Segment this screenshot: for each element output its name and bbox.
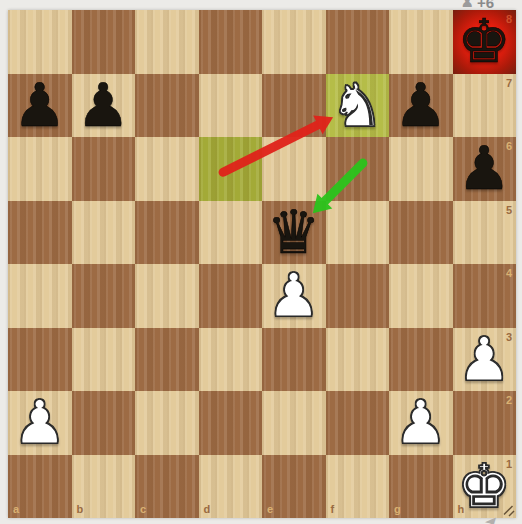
square-e1[interactable]: e — [262, 455, 326, 519]
file-label-e: e — [267, 503, 273, 515]
square-h3[interactable]: 3♟ — [453, 328, 517, 392]
square-h7[interactable]: 7 — [453, 74, 517, 138]
square-f4[interactable] — [326, 264, 390, 328]
square-a4[interactable] — [8, 264, 72, 328]
square-g6[interactable] — [389, 137, 453, 201]
white-pawn-icon[interactable]: ♟ — [262, 264, 326, 328]
file-label-c: c — [140, 503, 146, 515]
square-a1[interactable]: a — [8, 455, 72, 519]
square-d3[interactable] — [199, 328, 263, 392]
rank-label-7: 7 — [506, 77, 512, 89]
file-label-b: b — [77, 503, 84, 515]
square-h8[interactable]: 8♚ — [453, 10, 517, 74]
black-queen-icon[interactable]: ♛ — [262, 201, 326, 265]
square-f6[interactable] — [326, 137, 390, 201]
square-a7[interactable]: ♟ — [8, 74, 72, 138]
black-pawn-icon[interactable]: ♟ — [8, 74, 72, 138]
white-knight-icon[interactable]: ♞ — [326, 74, 390, 138]
black-pawn-icon[interactable]: ♟ — [72, 74, 136, 138]
square-d7[interactable] — [199, 74, 263, 138]
square-c1[interactable]: c — [135, 455, 199, 519]
square-b6[interactable] — [72, 137, 136, 201]
file-label-f: f — [331, 503, 335, 515]
square-d8[interactable] — [199, 10, 263, 74]
black-pawn-icon[interactable]: ♟ — [389, 74, 453, 138]
square-f2[interactable] — [326, 391, 390, 455]
square-e8[interactable] — [262, 10, 326, 74]
square-c8[interactable] — [135, 10, 199, 74]
square-c7[interactable] — [135, 74, 199, 138]
square-c5[interactable] — [135, 201, 199, 265]
board-resize-handle-icon[interactable] — [502, 504, 515, 517]
chess-board[interactable]: 8♚♟♟♞♟76♟♛5♟43♟♟♟2abcdefgh1♚ — [8, 10, 516, 518]
square-g1[interactable]: g — [389, 455, 453, 519]
square-b1[interactable]: b — [72, 455, 136, 519]
square-a2[interactable]: ♟ — [8, 391, 72, 455]
square-h2[interactable]: 2 — [453, 391, 517, 455]
file-label-h: h — [458, 503, 465, 515]
square-g4[interactable] — [389, 264, 453, 328]
square-f3[interactable] — [326, 328, 390, 392]
square-c4[interactable] — [135, 264, 199, 328]
square-b4[interactable] — [72, 264, 136, 328]
square-d4[interactable] — [199, 264, 263, 328]
white-pawn-icon[interactable]: ♟ — [8, 391, 72, 455]
evaluation-value: +6 — [477, 0, 494, 11]
square-c3[interactable] — [135, 328, 199, 392]
rank-label-8: 8 — [506, 13, 512, 25]
square-a3[interactable] — [8, 328, 72, 392]
rank-label-2: 2 — [506, 394, 512, 406]
file-label-d: d — [204, 503, 211, 515]
square-e3[interactable] — [262, 328, 326, 392]
square-g8[interactable] — [389, 10, 453, 74]
square-e6[interactable] — [262, 137, 326, 201]
square-e2[interactable] — [262, 391, 326, 455]
square-d1[interactable]: d — [199, 455, 263, 519]
square-a5[interactable] — [8, 201, 72, 265]
square-f5[interactable] — [326, 201, 390, 265]
square-c6[interactable] — [135, 137, 199, 201]
white-pawn-icon[interactable]: ♟ — [453, 328, 517, 392]
square-g2[interactable]: ♟ — [389, 391, 453, 455]
file-label-a: a — [13, 503, 19, 515]
file-label-g: g — [394, 503, 401, 515]
rank-label-5: 5 — [506, 204, 512, 216]
square-h5[interactable]: 5 — [453, 201, 517, 265]
square-b2[interactable] — [72, 391, 136, 455]
square-a8[interactable] — [8, 10, 72, 74]
square-b8[interactable] — [72, 10, 136, 74]
square-g3[interactable] — [389, 328, 453, 392]
square-g5[interactable] — [389, 201, 453, 265]
square-f8[interactable] — [326, 10, 390, 74]
rank-label-4: 4 — [506, 267, 512, 279]
square-f7[interactable]: ♞ — [326, 74, 390, 138]
square-h6[interactable]: 6♟ — [453, 137, 517, 201]
square-g7[interactable]: ♟ — [389, 74, 453, 138]
rank-label-3: 3 — [506, 331, 512, 343]
rank-label-1: 1 — [506, 458, 512, 470]
square-b3[interactable] — [72, 328, 136, 392]
rank-label-6: 6 — [506, 140, 512, 152]
square-b7[interactable]: ♟ — [72, 74, 136, 138]
square-d5[interactable] — [199, 201, 263, 265]
square-e4[interactable]: ♟ — [262, 264, 326, 328]
square-h4[interactable]: 4 — [453, 264, 517, 328]
square-d2[interactable] — [199, 391, 263, 455]
black-pawn-icon[interactable]: ♟ — [453, 137, 517, 201]
black-king-icon[interactable]: ♚ — [453, 10, 517, 74]
square-f1[interactable]: f — [326, 455, 390, 519]
square-e5[interactable]: ♛ — [262, 201, 326, 265]
square-a6[interactable] — [8, 137, 72, 201]
square-c2[interactable] — [135, 391, 199, 455]
square-e7[interactable] — [262, 74, 326, 138]
white-pawn-icon[interactable]: ♟ — [389, 391, 453, 455]
square-b5[interactable] — [72, 201, 136, 265]
square-d6[interactable] — [199, 137, 263, 201]
